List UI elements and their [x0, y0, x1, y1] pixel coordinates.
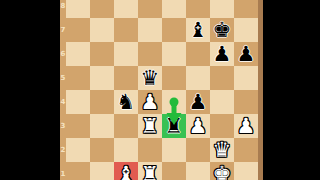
square-b6[interactable]	[90, 42, 114, 66]
square-e8[interactable]	[162, 0, 186, 18]
white-pawn-h3[interactable]: ♟	[237, 114, 256, 138]
black-pawn-g6[interactable]: ♟	[213, 42, 232, 66]
square-a2[interactable]	[66, 138, 90, 162]
square-h3[interactable]: ♟	[234, 114, 258, 138]
square-d2[interactable]	[138, 138, 162, 162]
black-knight-c4[interactable]: ♞	[117, 90, 136, 114]
white-rook-d3[interactable]: ♜	[141, 114, 160, 138]
square-g7[interactable]: ♚	[210, 18, 234, 42]
black-bishop-f7[interactable]: ♝	[189, 18, 208, 42]
black-pawn-h6[interactable]: ♟	[237, 42, 256, 66]
square-c4[interactable]: ♞	[114, 90, 138, 114]
rank-label-5: 5	[60, 66, 66, 90]
white-pawn-d4[interactable]: ♟	[141, 90, 160, 114]
highlighted-square-c1-red[interactable]: ♝	[114, 162, 138, 180]
black-queen-d5[interactable]: ♛	[141, 66, 160, 90]
square-d3[interactable]: ♜	[138, 114, 162, 138]
board-grid[interactable]: ♝♚♟♟♛♞♟♟♜♜♟♟♛♝♜♚	[66, 0, 258, 180]
square-g1[interactable]: ♚	[210, 162, 234, 180]
square-b5[interactable]	[90, 66, 114, 90]
square-e7[interactable]	[162, 18, 186, 42]
square-a4[interactable]	[66, 90, 90, 114]
board-right-edge	[258, 0, 263, 180]
square-a5[interactable]	[66, 66, 90, 90]
square-c7[interactable]	[114, 18, 138, 42]
square-b1[interactable]	[90, 162, 114, 180]
square-d7[interactable]	[138, 18, 162, 42]
black-pawn-f4[interactable]: ♟	[189, 90, 208, 114]
square-f1[interactable]	[186, 162, 210, 180]
white-bishop-c1[interactable]: ♝	[117, 162, 136, 180]
square-b7[interactable]	[90, 18, 114, 42]
square-g5[interactable]	[210, 66, 234, 90]
square-e4[interactable]	[162, 90, 186, 114]
square-f3[interactable]: ♟	[186, 114, 210, 138]
white-pawn-f3[interactable]: ♟	[189, 114, 208, 138]
highlighted-square-e3-green[interactable]: ♜	[162, 114, 186, 138]
square-d5[interactable]: ♛	[138, 66, 162, 90]
square-d4[interactable]: ♟	[138, 90, 162, 114]
square-f7[interactable]: ♝	[186, 18, 210, 42]
square-a7[interactable]	[66, 18, 90, 42]
square-a3[interactable]	[66, 114, 90, 138]
square-f6[interactable]	[186, 42, 210, 66]
square-h6[interactable]: ♟	[234, 42, 258, 66]
square-d6[interactable]	[138, 42, 162, 66]
white-king-g1[interactable]: ♚	[213, 162, 232, 180]
square-e2[interactable]	[162, 138, 186, 162]
square-c2[interactable]	[114, 138, 138, 162]
square-g4[interactable]	[210, 90, 234, 114]
square-g3[interactable]	[210, 114, 234, 138]
square-b3[interactable]	[90, 114, 114, 138]
square-c3[interactable]	[114, 114, 138, 138]
rank-label-7: 7	[60, 18, 66, 42]
square-c6[interactable]	[114, 42, 138, 66]
square-d1[interactable]: ♜	[138, 162, 162, 180]
square-g2[interactable]: ♛	[210, 138, 234, 162]
square-e6[interactable]	[162, 42, 186, 66]
square-g6[interactable]: ♟	[210, 42, 234, 66]
square-a8[interactable]	[66, 0, 90, 18]
rank-label-3: 3	[60, 114, 66, 138]
black-king-g7[interactable]: ♚	[213, 18, 232, 42]
square-c5[interactable]	[114, 66, 138, 90]
square-g8[interactable]	[210, 0, 234, 18]
rank-label-2: 2	[60, 138, 66, 162]
square-e1[interactable]	[162, 162, 186, 180]
black-rook-e3[interactable]: ♜	[165, 114, 184, 138]
rank-label-8: 8	[60, 0, 66, 18]
square-h1[interactable]	[234, 162, 258, 180]
square-b8[interactable]	[90, 0, 114, 18]
square-h4[interactable]	[234, 90, 258, 114]
square-f8[interactable]	[186, 0, 210, 18]
square-f2[interactable]	[186, 138, 210, 162]
square-h2[interactable]	[234, 138, 258, 162]
square-e5[interactable]	[162, 66, 186, 90]
white-queen-g2[interactable]: ♛	[213, 138, 232, 162]
square-f5[interactable]	[186, 66, 210, 90]
square-c8[interactable]	[114, 0, 138, 18]
rank-label-1: 1	[60, 162, 66, 180]
chess-board[interactable]: ♝♚♟♟♛♞♟♟♜♜♟♟♛♝♜♚ 87654321	[60, 0, 263, 180]
square-f4[interactable]: ♟	[186, 90, 210, 114]
video-frame: ♝♚♟♟♛♞♟♟♜♜♟♟♛♝♜♚ 87654321	[0, 0, 320, 180]
square-d8[interactable]	[138, 0, 162, 18]
square-b2[interactable]	[90, 138, 114, 162]
square-h8[interactable]	[234, 0, 258, 18]
square-b4[interactable]	[90, 90, 114, 114]
white-rook-d1[interactable]: ♜	[141, 162, 160, 180]
rank-label-4: 4	[60, 90, 66, 114]
square-a1[interactable]	[66, 162, 90, 180]
square-h7[interactable]	[234, 18, 258, 42]
square-h5[interactable]	[234, 66, 258, 90]
square-a6[interactable]	[66, 42, 90, 66]
rank-label-6: 6	[60, 42, 66, 66]
